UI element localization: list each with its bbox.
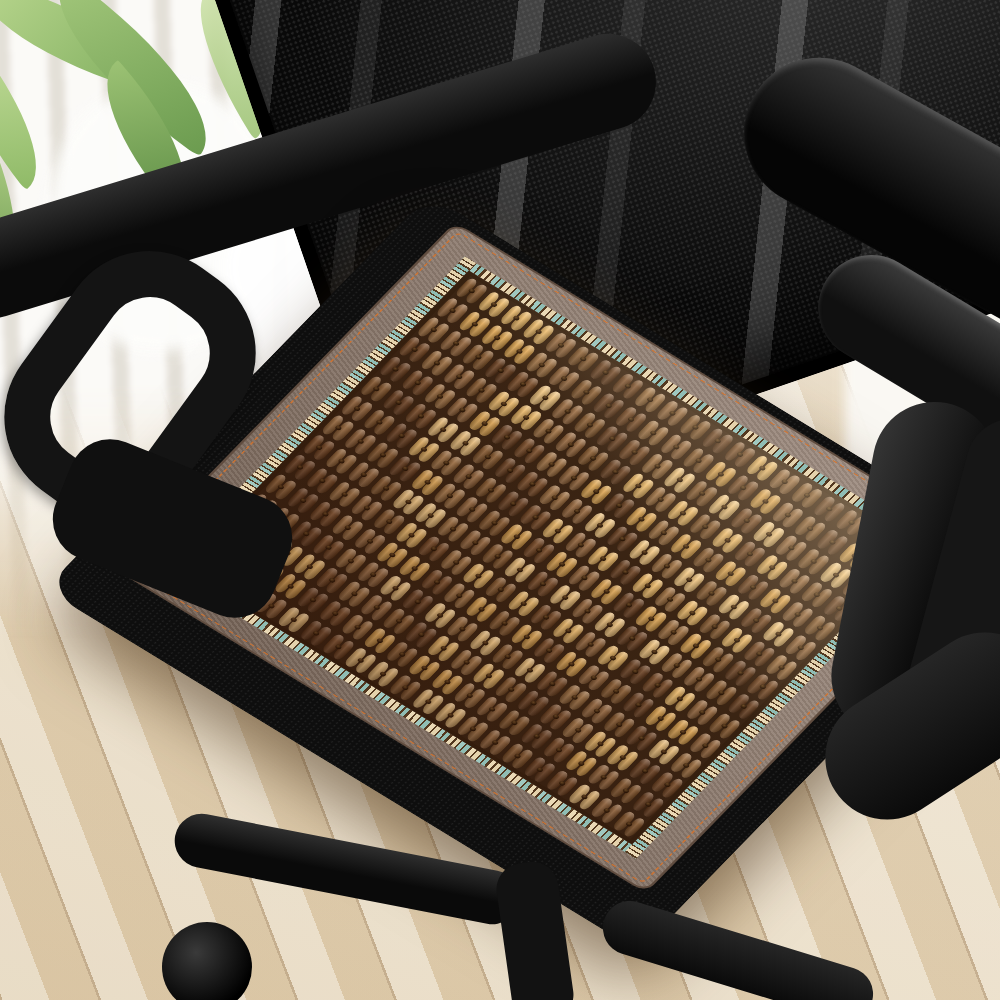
product-photo-scene [0, 0, 1000, 1000]
